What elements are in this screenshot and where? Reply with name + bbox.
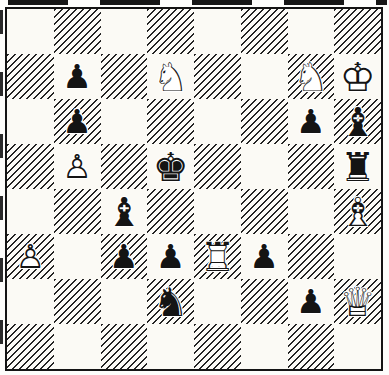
square-a3[interactable]: ♟♙ bbox=[7, 234, 54, 279]
piece-black-bishop[interactable]: ♝ bbox=[106, 192, 142, 232]
square-a5[interactable] bbox=[7, 144, 54, 189]
square-g1[interactable] bbox=[288, 324, 335, 369]
piece-black-pawn[interactable]: ♟ bbox=[296, 105, 326, 138]
square-f5[interactable] bbox=[241, 144, 288, 189]
square-f6[interactable] bbox=[241, 99, 288, 144]
piece-black-pawn[interactable]: ♟ bbox=[109, 240, 139, 273]
square-e4[interactable] bbox=[194, 189, 241, 234]
square-f4[interactable] bbox=[241, 189, 288, 234]
square-e2[interactable] bbox=[194, 279, 241, 324]
square-f2[interactable] bbox=[241, 279, 288, 324]
piece-black-pawn[interactable]: ♟ bbox=[249, 240, 279, 273]
piece-white-queen[interactable]: ♛♕ bbox=[340, 282, 376, 322]
square-g7[interactable]: ♞♘ bbox=[288, 54, 335, 99]
square-a2[interactable] bbox=[7, 279, 54, 324]
square-f8[interactable] bbox=[241, 9, 288, 54]
piece-white-pawn[interactable]: ♟♙ bbox=[16, 240, 46, 273]
square-d6[interactable] bbox=[147, 99, 194, 144]
square-d4[interactable] bbox=[147, 189, 194, 234]
piece-white-knight[interactable]: ♞♘ bbox=[293, 57, 329, 97]
square-b4[interactable] bbox=[54, 189, 101, 234]
square-h6[interactable]: ♝ bbox=[334, 99, 381, 144]
piece-white-king[interactable]: ♚♔ bbox=[340, 57, 376, 97]
piece-black-rook[interactable]: ♜ bbox=[340, 147, 376, 187]
square-b2[interactable] bbox=[54, 279, 101, 324]
square-h1[interactable] bbox=[334, 324, 381, 369]
square-g5[interactable] bbox=[288, 144, 335, 189]
square-e1[interactable] bbox=[194, 324, 241, 369]
square-b1[interactable] bbox=[54, 324, 101, 369]
piece-black-pawn[interactable]: ♟ bbox=[156, 240, 186, 273]
square-g6[interactable]: ♟ bbox=[288, 99, 335, 144]
square-c7[interactable] bbox=[101, 54, 148, 99]
square-h3[interactable] bbox=[334, 234, 381, 279]
square-e8[interactable] bbox=[194, 9, 241, 54]
square-h7[interactable]: ♚♔ bbox=[334, 54, 381, 99]
piece-white-knight[interactable]: ♞♘ bbox=[153, 57, 189, 97]
square-e3[interactable]: ♜♖ bbox=[194, 234, 241, 279]
piece-white-pawn[interactable]: ♟♙ bbox=[62, 150, 92, 183]
square-a8[interactable] bbox=[7, 9, 54, 54]
piece-black-bishop[interactable]: ♝ bbox=[340, 102, 376, 142]
square-c4[interactable]: ♝ bbox=[101, 189, 148, 234]
square-g4[interactable] bbox=[288, 189, 335, 234]
square-c8[interactable] bbox=[101, 9, 148, 54]
piece-black-king[interactable]: ♚ bbox=[153, 147, 189, 187]
square-d1[interactable] bbox=[147, 324, 194, 369]
square-h2[interactable]: ♛♕ bbox=[334, 279, 381, 324]
piece-black-knight[interactable]: ♞ bbox=[153, 282, 189, 322]
square-e7[interactable] bbox=[194, 54, 241, 99]
square-a6[interactable] bbox=[7, 99, 54, 144]
square-g8[interactable] bbox=[288, 9, 335, 54]
piece-black-pawn[interactable]: ♟ bbox=[62, 105, 92, 138]
diagram-page: ♟♞♘♞♘♚♔♟♟♝♟♙♚♜♝♝♗♟♙♟♟♜♖♟♞♟♛♕ bbox=[0, 0, 389, 375]
print-artifact-top-rule bbox=[8, 0, 387, 5]
square-h8[interactable] bbox=[334, 9, 381, 54]
square-d8[interactable] bbox=[147, 9, 194, 54]
piece-black-pawn[interactable]: ♟ bbox=[62, 60, 92, 93]
square-a4[interactable] bbox=[7, 189, 54, 234]
square-f7[interactable] bbox=[241, 54, 288, 99]
square-b6[interactable]: ♟ bbox=[54, 99, 101, 144]
square-c6[interactable] bbox=[101, 99, 148, 144]
square-f3[interactable]: ♟ bbox=[241, 234, 288, 279]
square-h4[interactable]: ♝♗ bbox=[334, 189, 381, 234]
square-c2[interactable] bbox=[101, 279, 148, 324]
square-b3[interactable] bbox=[54, 234, 101, 279]
chessboard: ♟♞♘♞♘♚♔♟♟♝♟♙♚♜♝♝♗♟♙♟♟♜♖♟♞♟♛♕ bbox=[5, 7, 383, 371]
square-d5[interactable]: ♚ bbox=[147, 144, 194, 189]
square-e6[interactable] bbox=[194, 99, 241, 144]
piece-white-bishop[interactable]: ♝♗ bbox=[340, 192, 376, 232]
square-b7[interactable]: ♟ bbox=[54, 54, 101, 99]
square-c1[interactable] bbox=[101, 324, 148, 369]
piece-black-pawn[interactable]: ♟ bbox=[296, 285, 326, 318]
square-g2[interactable]: ♟ bbox=[288, 279, 335, 324]
print-artifact-left-ticks bbox=[0, 10, 3, 365]
square-b8[interactable] bbox=[54, 9, 101, 54]
piece-white-rook[interactable]: ♜♖ bbox=[199, 237, 235, 277]
square-g3[interactable] bbox=[288, 234, 335, 279]
square-f1[interactable] bbox=[241, 324, 288, 369]
square-c5[interactable] bbox=[101, 144, 148, 189]
square-d3[interactable]: ♟ bbox=[147, 234, 194, 279]
square-a7[interactable] bbox=[7, 54, 54, 99]
square-d7[interactable]: ♞♘ bbox=[147, 54, 194, 99]
square-b5[interactable]: ♟♙ bbox=[54, 144, 101, 189]
square-c3[interactable]: ♟ bbox=[101, 234, 148, 279]
square-h5[interactable]: ♜ bbox=[334, 144, 381, 189]
square-d2[interactable]: ♞ bbox=[147, 279, 194, 324]
square-a1[interactable] bbox=[7, 324, 54, 369]
square-e5[interactable] bbox=[194, 144, 241, 189]
